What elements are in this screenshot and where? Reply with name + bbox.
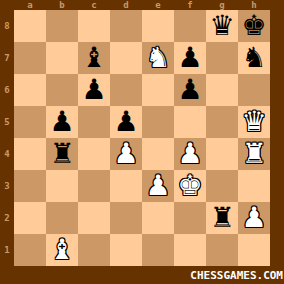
piece-black-pawn: ♟ xyxy=(177,42,202,74)
square-h5: ♛ xyxy=(238,106,270,138)
square-h8: ♚ xyxy=(238,10,270,42)
square-f7: ♟ xyxy=(174,42,206,74)
square-d2 xyxy=(110,202,142,234)
chess-diagram: abcdefgh 87654321 ♛♚♝♞♟♞♟♟♟♟♛♜♟♟♜♟♚♜♟♝ C… xyxy=(0,0,284,284)
square-d1 xyxy=(110,234,142,266)
rank-label-8: 8 xyxy=(0,10,14,42)
square-d3 xyxy=(110,170,142,202)
piece-black-pawn: ♟ xyxy=(81,74,106,106)
square-f4: ♟ xyxy=(174,138,206,170)
square-f8 xyxy=(174,10,206,42)
piece-black-pawn: ♟ xyxy=(113,106,138,138)
square-g8: ♛ xyxy=(206,10,238,42)
square-b4: ♜ xyxy=(46,138,78,170)
square-a1 xyxy=(14,234,46,266)
piece-black-pawn: ♟ xyxy=(49,106,74,138)
chessgames-watermark: CHESSGAMES.COM xyxy=(190,269,283,282)
piece-black-pawn: ♟ xyxy=(177,74,202,106)
rank-label-6: 6 xyxy=(0,74,14,106)
square-f3: ♚ xyxy=(174,170,206,202)
square-d8 xyxy=(110,10,142,42)
piece-black-queen: ♛ xyxy=(209,10,234,42)
piece-white-pawn: ♟ xyxy=(177,138,202,170)
square-a5 xyxy=(14,106,46,138)
square-e7: ♞ xyxy=(142,42,174,74)
square-h1 xyxy=(238,234,270,266)
square-g7 xyxy=(206,42,238,74)
square-g6 xyxy=(206,74,238,106)
square-g3 xyxy=(206,170,238,202)
square-c3 xyxy=(78,170,110,202)
square-f2 xyxy=(174,202,206,234)
rank-label-5: 5 xyxy=(0,106,14,138)
square-c6: ♟ xyxy=(78,74,110,106)
rank-label-1: 1 xyxy=(0,234,14,266)
square-a8 xyxy=(14,10,46,42)
square-h7: ♞ xyxy=(238,42,270,74)
square-a4 xyxy=(14,138,46,170)
rank-label-7: 7 xyxy=(0,42,14,74)
piece-black-bishop: ♝ xyxy=(81,42,106,74)
square-e2 xyxy=(142,202,174,234)
square-g2: ♜ xyxy=(206,202,238,234)
square-f5 xyxy=(174,106,206,138)
square-d5: ♟ xyxy=(110,106,142,138)
rank-label-2: 2 xyxy=(0,202,14,234)
square-g5 xyxy=(206,106,238,138)
square-f6: ♟ xyxy=(174,74,206,106)
piece-white-pawn: ♟ xyxy=(113,138,138,170)
square-b8 xyxy=(46,10,78,42)
square-c2 xyxy=(78,202,110,234)
piece-black-king: ♚ xyxy=(241,10,266,42)
square-c1 xyxy=(78,234,110,266)
square-c7: ♝ xyxy=(78,42,110,74)
square-e8 xyxy=(142,10,174,42)
piece-white-queen: ♛ xyxy=(241,106,266,138)
square-b3 xyxy=(46,170,78,202)
square-b6 xyxy=(46,74,78,106)
square-e6 xyxy=(142,74,174,106)
square-a7 xyxy=(14,42,46,74)
square-b1: ♝ xyxy=(46,234,78,266)
square-e4 xyxy=(142,138,174,170)
square-d7 xyxy=(110,42,142,74)
square-c4 xyxy=(78,138,110,170)
square-h3 xyxy=(238,170,270,202)
file-labels: abcdefgh xyxy=(14,0,270,10)
square-f1 xyxy=(174,234,206,266)
square-e3: ♟ xyxy=(142,170,174,202)
piece-black-rook: ♜ xyxy=(49,138,74,170)
square-g4 xyxy=(206,138,238,170)
square-b5: ♟ xyxy=(46,106,78,138)
rank-label-4: 4 xyxy=(0,138,14,170)
square-b7 xyxy=(46,42,78,74)
square-a3 xyxy=(14,170,46,202)
square-h6 xyxy=(238,74,270,106)
piece-white-king: ♚ xyxy=(177,170,202,202)
piece-white-pawn: ♟ xyxy=(145,170,170,202)
piece-black-knight: ♞ xyxy=(241,42,266,74)
square-a6 xyxy=(14,74,46,106)
square-g1 xyxy=(206,234,238,266)
rank-label-3: 3 xyxy=(0,170,14,202)
square-c5 xyxy=(78,106,110,138)
piece-white-knight: ♞ xyxy=(145,42,170,74)
square-c8 xyxy=(78,10,110,42)
square-h2: ♟ xyxy=(238,202,270,234)
square-d6 xyxy=(110,74,142,106)
piece-white-rook: ♜ xyxy=(241,138,266,170)
square-e5 xyxy=(142,106,174,138)
piece-black-rook: ♜ xyxy=(209,202,234,234)
piece-white-bishop: ♝ xyxy=(49,234,74,266)
square-a2 xyxy=(14,202,46,234)
rank-labels: 87654321 xyxy=(0,10,14,266)
square-h4: ♜ xyxy=(238,138,270,170)
square-e1 xyxy=(142,234,174,266)
piece-white-pawn: ♟ xyxy=(241,202,266,234)
square-b2 xyxy=(46,202,78,234)
chess-board: ♛♚♝♞♟♞♟♟♟♟♛♜♟♟♜♟♚♜♟♝ xyxy=(14,10,270,266)
square-d4: ♟ xyxy=(110,138,142,170)
